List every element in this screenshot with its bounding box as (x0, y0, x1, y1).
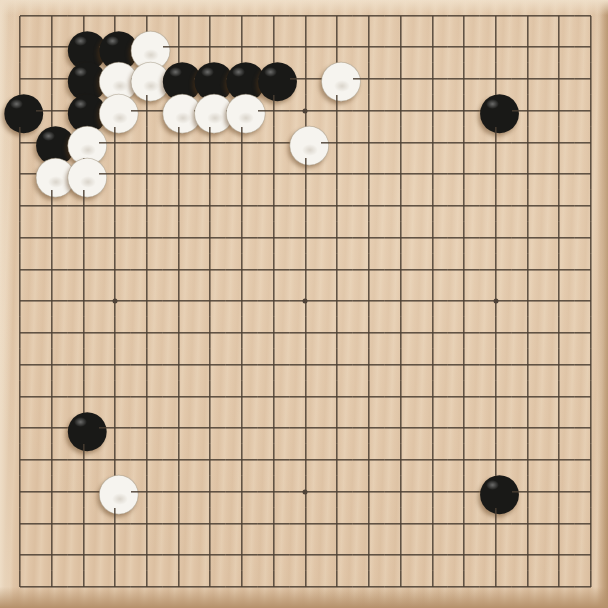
intersection-J4[interactable] (258, 476, 290, 508)
intersection-O17[interactable] (416, 63, 448, 95)
intersection-G1[interactable] (194, 571, 226, 603)
intersection-D2[interactable] (99, 539, 131, 571)
intersection-B19[interactable] (36, 0, 68, 31)
intersection-H7[interactable] (226, 381, 258, 413)
intersection-R9[interactable] (512, 317, 544, 349)
intersection-Q8[interactable] (480, 349, 512, 381)
intersection-T17[interactable] (575, 63, 607, 95)
intersection-K14[interactable] (290, 158, 322, 190)
intersection-C8[interactable] (68, 349, 100, 381)
intersection-D12[interactable] (99, 222, 131, 254)
intersection-A4[interactable] (4, 476, 36, 508)
intersection-D9[interactable] (99, 317, 131, 349)
intersection-T19[interactable] (575, 0, 607, 31)
intersection-H9[interactable] (226, 317, 258, 349)
intersection-P9[interactable] (448, 317, 480, 349)
intersection-R13[interactable] (512, 190, 544, 222)
intersection-D11[interactable] (99, 254, 131, 286)
intersection-M2[interactable] (353, 539, 385, 571)
intersection-C4[interactable] (68, 476, 100, 508)
intersection-S13[interactable] (543, 190, 575, 222)
intersection-N10[interactable] (385, 285, 417, 317)
intersection-R12[interactable] (512, 222, 544, 254)
intersection-F9[interactable] (163, 317, 195, 349)
intersection-O5[interactable] (416, 444, 448, 476)
intersection-J8[interactable] (258, 349, 290, 381)
intersection-S16[interactable] (543, 95, 575, 127)
intersection-K19[interactable] (290, 0, 322, 31)
intersection-G10[interactable] (194, 285, 226, 317)
intersection-G19[interactable] (194, 0, 226, 31)
intersection-J5[interactable] (258, 444, 290, 476)
intersection-O16[interactable] (416, 95, 448, 127)
intersection-S1[interactable] (543, 571, 575, 603)
intersection-G5[interactable] (194, 444, 226, 476)
intersection-R6[interactable] (512, 412, 544, 444)
intersection-E9[interactable] (131, 317, 163, 349)
intersection-B3[interactable] (36, 508, 68, 540)
intersection-D6[interactable] (99, 412, 131, 444)
intersection-A12[interactable] (4, 222, 36, 254)
intersection-N1[interactable] (385, 571, 417, 603)
intersection-M10[interactable] (353, 285, 385, 317)
intersection-O8[interactable] (416, 349, 448, 381)
intersection-O1[interactable] (416, 571, 448, 603)
intersection-D3[interactable] (99, 508, 131, 540)
intersection-Q1[interactable] (480, 571, 512, 603)
intersection-Q4[interactable]: ● (480, 476, 512, 508)
intersection-O7[interactable] (416, 381, 448, 413)
intersection-F12[interactable] (163, 222, 195, 254)
intersection-O10[interactable] (416, 285, 448, 317)
intersection-J13[interactable] (258, 190, 290, 222)
intersection-J9[interactable] (258, 317, 290, 349)
intersection-N8[interactable] (385, 349, 417, 381)
intersection-P12[interactable] (448, 222, 480, 254)
intersection-F13[interactable] (163, 190, 195, 222)
intersection-S2[interactable] (543, 539, 575, 571)
intersection-M4[interactable] (353, 476, 385, 508)
intersection-B14[interactable]: ● (36, 158, 68, 190)
intersection-J11[interactable] (258, 254, 290, 286)
intersection-Q6[interactable] (480, 412, 512, 444)
intersection-H15[interactable] (226, 127, 258, 159)
intersection-O13[interactable] (416, 190, 448, 222)
intersection-S6[interactable] (543, 412, 575, 444)
intersection-G8[interactable] (194, 349, 226, 381)
intersection-M9[interactable] (353, 317, 385, 349)
intersection-S3[interactable] (543, 508, 575, 540)
intersection-F5[interactable] (163, 444, 195, 476)
intersection-N5[interactable] (385, 444, 417, 476)
intersection-K17[interactable] (290, 63, 322, 95)
intersection-H2[interactable] (226, 539, 258, 571)
intersection-T10[interactable] (575, 285, 607, 317)
intersection-A2[interactable] (4, 539, 36, 571)
intersection-F6[interactable] (163, 412, 195, 444)
intersection-M13[interactable] (353, 190, 385, 222)
intersection-C12[interactable] (68, 222, 100, 254)
intersection-S7[interactable] (543, 381, 575, 413)
intersection-R19[interactable] (512, 0, 544, 31)
intersection-L17[interactable]: ● (321, 63, 353, 95)
intersection-F16[interactable]: ● (163, 95, 195, 127)
intersection-D1[interactable] (99, 571, 131, 603)
intersection-L6[interactable] (321, 412, 353, 444)
intersection-S11[interactable] (543, 254, 575, 286)
intersection-N4[interactable] (385, 476, 417, 508)
intersection-S4[interactable] (543, 476, 575, 508)
intersection-R10[interactable] (512, 285, 544, 317)
intersection-K13[interactable] (290, 190, 322, 222)
intersection-P14[interactable] (448, 158, 480, 190)
intersection-T11[interactable] (575, 254, 607, 286)
intersection-J7[interactable] (258, 381, 290, 413)
intersection-H6[interactable] (226, 412, 258, 444)
intersection-P8[interactable] (448, 349, 480, 381)
intersection-N13[interactable] (385, 190, 417, 222)
intersection-O18[interactable] (416, 31, 448, 63)
intersection-R3[interactable] (512, 508, 544, 540)
intersection-S9[interactable] (543, 317, 575, 349)
intersection-E6[interactable] (131, 412, 163, 444)
intersection-P1[interactable] (448, 571, 480, 603)
intersection-L5[interactable] (321, 444, 353, 476)
intersection-T15[interactable] (575, 127, 607, 159)
intersection-Q15[interactable] (480, 127, 512, 159)
intersection-L19[interactable] (321, 0, 353, 31)
intersection-P15[interactable] (448, 127, 480, 159)
intersection-E13[interactable] (131, 190, 163, 222)
intersection-E15[interactable] (131, 127, 163, 159)
intersection-R16[interactable] (512, 95, 544, 127)
intersection-H10[interactable] (226, 285, 258, 317)
intersection-C10[interactable] (68, 285, 100, 317)
intersection-H19[interactable] (226, 0, 258, 31)
intersection-Q2[interactable] (480, 539, 512, 571)
intersection-A1[interactable] (4, 571, 36, 603)
intersection-N14[interactable] (385, 158, 417, 190)
intersection-A16[interactable]: ● (4, 95, 36, 127)
intersection-S5[interactable] (543, 444, 575, 476)
intersection-L1[interactable] (321, 571, 353, 603)
intersection-B10[interactable] (36, 285, 68, 317)
intersection-B5[interactable] (36, 444, 68, 476)
intersection-B11[interactable] (36, 254, 68, 286)
intersection-B4[interactable] (36, 476, 68, 508)
intersection-B18[interactable] (36, 31, 68, 63)
intersection-S19[interactable] (543, 0, 575, 31)
intersection-T1[interactable] (575, 571, 607, 603)
intersection-L12[interactable] (321, 222, 353, 254)
intersection-M15[interactable] (353, 127, 385, 159)
intersection-M11[interactable] (353, 254, 385, 286)
intersection-E7[interactable] (131, 381, 163, 413)
intersection-A7[interactable] (4, 381, 36, 413)
intersection-L10[interactable] (321, 285, 353, 317)
intersection-K3[interactable] (290, 508, 322, 540)
intersection-K8[interactable] (290, 349, 322, 381)
intersection-O3[interactable] (416, 508, 448, 540)
intersection-B13[interactable] (36, 190, 68, 222)
intersection-J12[interactable] (258, 222, 290, 254)
intersection-R14[interactable] (512, 158, 544, 190)
intersection-A11[interactable] (4, 254, 36, 286)
intersection-A14[interactable] (4, 158, 36, 190)
intersection-J10[interactable] (258, 285, 290, 317)
intersection-R7[interactable] (512, 381, 544, 413)
intersection-T5[interactable] (575, 444, 607, 476)
intersection-Q16[interactable]: ● (480, 95, 512, 127)
intersection-B2[interactable] (36, 539, 68, 571)
intersection-P13[interactable] (448, 190, 480, 222)
intersection-O15[interactable] (416, 127, 448, 159)
intersection-T2[interactable] (575, 539, 607, 571)
intersection-O11[interactable] (416, 254, 448, 286)
intersection-G13[interactable] (194, 190, 226, 222)
intersection-T12[interactable] (575, 222, 607, 254)
intersection-G2[interactable] (194, 539, 226, 571)
intersection-F7[interactable] (163, 381, 195, 413)
intersection-M6[interactable] (353, 412, 385, 444)
intersection-E4[interactable] (131, 476, 163, 508)
intersection-D8[interactable] (99, 349, 131, 381)
intersection-E2[interactable] (131, 539, 163, 571)
intersection-R11[interactable] (512, 254, 544, 286)
intersection-N16[interactable] (385, 95, 417, 127)
intersection-O12[interactable] (416, 222, 448, 254)
intersection-H14[interactable] (226, 158, 258, 190)
intersection-R15[interactable] (512, 127, 544, 159)
intersection-M17[interactable] (353, 63, 385, 95)
intersection-E10[interactable] (131, 285, 163, 317)
intersection-M8[interactable] (353, 349, 385, 381)
intersection-J16[interactable] (258, 95, 290, 127)
intersection-G4[interactable] (194, 476, 226, 508)
intersection-L8[interactable] (321, 349, 353, 381)
intersection-L2[interactable] (321, 539, 353, 571)
intersection-H11[interactable] (226, 254, 258, 286)
intersection-F15[interactable] (163, 127, 195, 159)
intersection-O9[interactable] (416, 317, 448, 349)
intersection-S10[interactable] (543, 285, 575, 317)
intersection-O19[interactable] (416, 0, 448, 31)
intersection-C14[interactable]: ● (68, 158, 100, 190)
intersection-N18[interactable] (385, 31, 417, 63)
intersection-P4[interactable] (448, 476, 480, 508)
intersection-G11[interactable] (194, 254, 226, 286)
intersection-P6[interactable] (448, 412, 480, 444)
intersection-T7[interactable] (575, 381, 607, 413)
intersection-S8[interactable] (543, 349, 575, 381)
intersection-A10[interactable] (4, 285, 36, 317)
intersection-O14[interactable] (416, 158, 448, 190)
intersection-M1[interactable] (353, 571, 385, 603)
intersection-E8[interactable] (131, 349, 163, 381)
intersection-R1[interactable] (512, 571, 544, 603)
intersection-G12[interactable] (194, 222, 226, 254)
intersection-R18[interactable] (512, 31, 544, 63)
intersection-H16[interactable]: ● (226, 95, 258, 127)
intersection-P11[interactable] (448, 254, 480, 286)
intersection-O2[interactable] (416, 539, 448, 571)
intersection-E1[interactable] (131, 571, 163, 603)
intersection-N11[interactable] (385, 254, 417, 286)
intersection-N15[interactable] (385, 127, 417, 159)
intersection-K4[interactable] (290, 476, 322, 508)
intersection-J2[interactable] (258, 539, 290, 571)
intersection-S15[interactable] (543, 127, 575, 159)
intersection-Q10[interactable] (480, 285, 512, 317)
intersection-J14[interactable] (258, 158, 290, 190)
intersection-N19[interactable] (385, 0, 417, 31)
intersection-P17[interactable] (448, 63, 480, 95)
intersection-P3[interactable] (448, 508, 480, 540)
intersection-K9[interactable] (290, 317, 322, 349)
intersection-K5[interactable] (290, 444, 322, 476)
intersection-G3[interactable] (194, 508, 226, 540)
intersection-H5[interactable] (226, 444, 258, 476)
intersection-L11[interactable] (321, 254, 353, 286)
intersection-T13[interactable] (575, 190, 607, 222)
intersection-F10[interactable] (163, 285, 195, 317)
intersection-C11[interactable] (68, 254, 100, 286)
intersection-A15[interactable] (4, 127, 36, 159)
intersection-F4[interactable] (163, 476, 195, 508)
intersection-D10[interactable] (99, 285, 131, 317)
intersection-A8[interactable] (4, 349, 36, 381)
intersection-E12[interactable] (131, 222, 163, 254)
intersection-H8[interactable] (226, 349, 258, 381)
intersection-M5[interactable] (353, 444, 385, 476)
intersection-T3[interactable] (575, 508, 607, 540)
intersection-E16[interactable] (131, 95, 163, 127)
intersection-H3[interactable] (226, 508, 258, 540)
intersection-Q11[interactable] (480, 254, 512, 286)
intersection-G7[interactable] (194, 381, 226, 413)
intersection-L14[interactable] (321, 158, 353, 190)
intersection-M19[interactable] (353, 0, 385, 31)
intersection-G15[interactable] (194, 127, 226, 159)
intersection-B9[interactable] (36, 317, 68, 349)
intersection-F8[interactable] (163, 349, 195, 381)
intersection-C2[interactable] (68, 539, 100, 571)
intersection-E3[interactable] (131, 508, 163, 540)
intersection-C5[interactable] (68, 444, 100, 476)
intersection-N12[interactable] (385, 222, 417, 254)
intersection-C13[interactable] (68, 190, 100, 222)
intersection-B12[interactable] (36, 222, 68, 254)
intersection-L3[interactable] (321, 508, 353, 540)
intersection-H13[interactable] (226, 190, 258, 222)
intersection-P2[interactable] (448, 539, 480, 571)
intersection-B6[interactable] (36, 412, 68, 444)
intersection-G6[interactable] (194, 412, 226, 444)
intersection-R2[interactable] (512, 539, 544, 571)
intersection-H1[interactable] (226, 571, 258, 603)
intersection-B7[interactable] (36, 381, 68, 413)
intersection-P5[interactable] (448, 444, 480, 476)
intersection-E14[interactable] (131, 158, 163, 190)
intersection-S17[interactable] (543, 63, 575, 95)
intersection-F1[interactable] (163, 571, 195, 603)
intersection-Q19[interactable] (480, 0, 512, 31)
intersection-Q18[interactable] (480, 31, 512, 63)
intersection-A3[interactable] (4, 508, 36, 540)
intersection-G14[interactable] (194, 158, 226, 190)
intersection-F11[interactable] (163, 254, 195, 286)
intersection-N7[interactable] (385, 381, 417, 413)
intersection-M3[interactable] (353, 508, 385, 540)
intersection-A5[interactable] (4, 444, 36, 476)
intersection-T6[interactable] (575, 412, 607, 444)
intersection-K1[interactable] (290, 571, 322, 603)
intersection-O4[interactable] (416, 476, 448, 508)
intersection-J15[interactable] (258, 127, 290, 159)
intersection-T18[interactable] (575, 31, 607, 63)
intersection-R4[interactable] (512, 476, 544, 508)
intersection-L9[interactable] (321, 317, 353, 349)
intersection-J3[interactable] (258, 508, 290, 540)
intersection-H12[interactable] (226, 222, 258, 254)
intersection-D4[interactable]: ● (99, 476, 131, 508)
intersection-G9[interactable] (194, 317, 226, 349)
intersection-N9[interactable] (385, 317, 417, 349)
intersection-Q14[interactable] (480, 158, 512, 190)
intersection-C6[interactable]: ● (68, 412, 100, 444)
intersection-P19[interactable] (448, 0, 480, 31)
intersection-D13[interactable] (99, 190, 131, 222)
intersection-K12[interactable] (290, 222, 322, 254)
intersection-A9[interactable] (4, 317, 36, 349)
intersection-P16[interactable] (448, 95, 480, 127)
intersection-M12[interactable] (353, 222, 385, 254)
intersection-K2[interactable] (290, 539, 322, 571)
intersection-H4[interactable] (226, 476, 258, 508)
intersection-M7[interactable] (353, 381, 385, 413)
intersection-A6[interactable] (4, 412, 36, 444)
intersection-S18[interactable] (543, 31, 575, 63)
intersection-B1[interactable] (36, 571, 68, 603)
intersection-A18[interactable] (4, 31, 36, 63)
intersection-F2[interactable] (163, 539, 195, 571)
intersection-G16[interactable]: ● (194, 95, 226, 127)
intersection-E11[interactable] (131, 254, 163, 286)
intersection-K7[interactable] (290, 381, 322, 413)
intersection-Q13[interactable] (480, 190, 512, 222)
intersection-O6[interactable] (416, 412, 448, 444)
intersection-J19[interactable] (258, 0, 290, 31)
intersection-J6[interactable] (258, 412, 290, 444)
intersection-N3[interactable] (385, 508, 417, 540)
intersection-C3[interactable] (68, 508, 100, 540)
intersection-L13[interactable] (321, 190, 353, 222)
intersection-A13[interactable] (4, 190, 36, 222)
intersection-S12[interactable] (543, 222, 575, 254)
intersection-D14[interactable] (99, 158, 131, 190)
intersection-R8[interactable] (512, 349, 544, 381)
intersection-N17[interactable] (385, 63, 417, 95)
intersection-Q7[interactable] (480, 381, 512, 413)
intersection-T14[interactable] (575, 158, 607, 190)
intersection-C9[interactable] (68, 317, 100, 349)
intersection-Q12[interactable] (480, 222, 512, 254)
intersection-F14[interactable] (163, 158, 195, 190)
intersection-A19[interactable] (4, 0, 36, 31)
intersection-L4[interactable] (321, 476, 353, 508)
intersection-N2[interactable] (385, 539, 417, 571)
intersection-N6[interactable] (385, 412, 417, 444)
